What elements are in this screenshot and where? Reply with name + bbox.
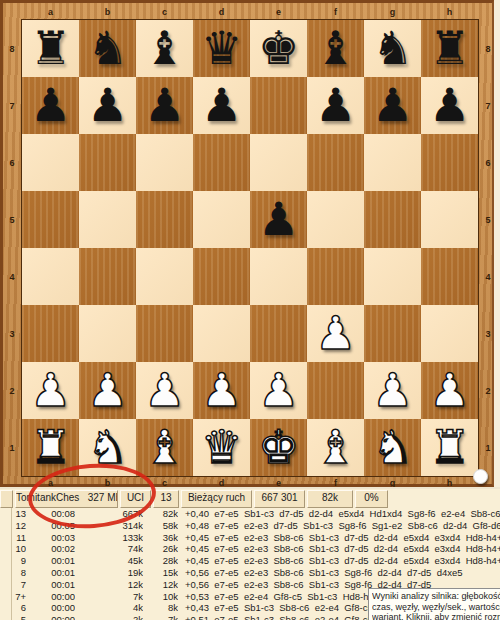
rank-label-left-2: 2: [5, 386, 19, 396]
analysis-row-depth-8[interactable]: 800:0119k15k+0,56 e7-e5 e2-e3 Sb8-c6 Sb1…: [0, 567, 500, 579]
square-e1[interactable]: ♚: [250, 419, 307, 476]
square-f7[interactable]: ♟: [307, 77, 364, 134]
piece-black-pawn[interactable]: ♟: [87, 77, 128, 134]
piece-white-pawn[interactable]: ♟: [258, 362, 299, 419]
square-c4[interactable]: [136, 248, 193, 305]
analysis-row-depth-10[interactable]: 1000:0274k26k+0,45 e7-e5 e2-e3 Sb8-c6 Sb…: [0, 543, 500, 555]
piece-black-bishop[interactable]: ♝: [315, 20, 356, 77]
rank-label-right-3: 3: [481, 329, 495, 339]
analysis-gutter: [0, 555, 12, 567]
tooltip-line-3: wariant. Kliknij, aby zmienić rozmia: [372, 612, 500, 620]
analysis-depth[interactable]: 12: [12, 520, 26, 532]
rank-label-left-1: 1: [5, 443, 19, 453]
analysis-nps[interactable]: 82k: [143, 508, 178, 520]
piece-white-pawn[interactable]: ♟: [144, 362, 185, 419]
analysis-nps[interactable]: 8k: [143, 602, 178, 614]
square-f3[interactable]: ♟: [307, 305, 364, 362]
square-b3[interactable]: [79, 305, 136, 362]
analysis-moves[interactable]: +0,45 e7-e5 e2-e3 Sb8-c6 Sb1-c3 d7-d5 d2…: [178, 532, 500, 544]
square-h4[interactable]: [421, 248, 478, 305]
analysis-time[interactable]: 00:01: [26, 579, 75, 591]
piece-black-pawn[interactable]: ♟: [201, 77, 242, 134]
square-d6[interactable]: [193, 134, 250, 191]
analysis-time[interactable]: 00:05: [26, 520, 75, 532]
square-f6[interactable]: [307, 134, 364, 191]
piece-white-knight[interactable]: ♞: [372, 419, 413, 476]
piece-white-bishop[interactable]: ♝: [144, 419, 185, 476]
piece-white-pawn[interactable]: ♟: [372, 362, 413, 419]
engine-progress-cell[interactable]: 0%: [355, 490, 388, 508]
square-e8[interactable]: ♚: [250, 20, 307, 77]
chess-board[interactable]: ♜♞♝♛♚♝♞♜♟♟♟♟♟♟♟♟♟♟♟♟♟♟♟♟♜♞♝♛♚♝♞♜: [22, 20, 478, 476]
analysis-nps[interactable]: 7k: [143, 614, 178, 620]
analysis-nps[interactable]: 26k: [143, 543, 178, 555]
square-d7[interactable]: ♟: [193, 77, 250, 134]
square-b5[interactable]: [79, 191, 136, 248]
square-d3[interactable]: [193, 305, 250, 362]
analysis-time[interactable]: 00:00: [26, 614, 75, 620]
analysis-gutter: [0, 591, 12, 603]
analysis-time[interactable]: 00:08: [26, 508, 75, 520]
square-g5[interactable]: [364, 191, 421, 248]
analysis-row-depth-13[interactable]: 1300:08667k82k+0,40 e7-e5 Sb1-c3 d7-d5 d…: [0, 508, 500, 520]
piece-black-pawn[interactable]: ♟: [258, 191, 299, 248]
engine-panel-tooltip: Wyniki analizy silnika: głębokość prczas…: [368, 588, 500, 620]
current-move-label-cell[interactable]: Bieżący ruch: [181, 490, 252, 508]
square-e3[interactable]: [250, 305, 307, 362]
square-h6[interactable]: [421, 134, 478, 191]
rank-label-right-1: 1: [481, 443, 495, 453]
rank-label-right-8: 8: [481, 44, 495, 54]
piece-white-knight[interactable]: ♞: [87, 419, 128, 476]
analysis-row-depth-9[interactable]: 900:0145k28k+0,45 e7-e5 e2-e3 Sb8-c6 Sb1…: [0, 555, 500, 567]
analysis-gutter: [0, 567, 12, 579]
analysis-nodes[interactable]: 74k: [75, 543, 143, 555]
analysis-nps[interactable]: 12k: [143, 579, 178, 591]
square-b8[interactable]: ♞: [79, 20, 136, 77]
piece-black-king[interactable]: ♚: [258, 20, 299, 77]
piece-black-pawn[interactable]: ♟: [144, 77, 185, 134]
analysis-depth[interactable]: 8: [12, 567, 26, 579]
analysis-time[interactable]: 00:01: [26, 567, 75, 579]
square-f4[interactable]: [307, 248, 364, 305]
analysis-depth[interactable]: 10: [12, 543, 26, 555]
piece-white-pawn[interactable]: ♟: [87, 362, 128, 419]
square-g2[interactable]: ♟: [364, 362, 421, 419]
rank-label-right-6: 6: [481, 158, 495, 168]
piece-white-king[interactable]: ♚: [258, 419, 299, 476]
square-e2[interactable]: ♟: [250, 362, 307, 419]
analysis-time[interactable]: 00:00: [26, 591, 75, 603]
analysis-depth[interactable]: 9: [12, 555, 26, 567]
square-h7[interactable]: ♟: [421, 77, 478, 134]
piece-black-knight[interactable]: ♞: [372, 20, 413, 77]
square-b6[interactable]: [79, 134, 136, 191]
square-d1[interactable]: ♛: [193, 419, 250, 476]
square-d2[interactable]: ♟: [193, 362, 250, 419]
piece-white-bishop[interactable]: ♝: [315, 419, 356, 476]
analysis-time[interactable]: 00:03: [26, 532, 75, 544]
engine-depth-cell[interactable]: 13: [153, 490, 179, 508]
square-e7[interactable]: [250, 77, 307, 134]
piece-black-pawn[interactable]: ♟: [429, 77, 470, 134]
analysis-moves[interactable]: +0,45 e7-e5 e2-e3 Sb8-c6 Sb1-c3 d7-d5 d2…: [178, 543, 500, 555]
piece-black-bishop[interactable]: ♝: [144, 20, 185, 77]
rank-label-right-4: 4: [481, 272, 495, 282]
analysis-time[interactable]: 00:00: [26, 602, 75, 614]
engine-nps-cell[interactable]: 82k: [307, 490, 353, 508]
engine-name-cell[interactable]: TomitankChes 327 MB: [15, 490, 118, 508]
file-label-top-g: g: [364, 7, 421, 17]
square-d8[interactable]: ♛: [193, 20, 250, 77]
square-d4[interactable]: [193, 248, 250, 305]
square-g1[interactable]: ♞: [364, 419, 421, 476]
analysis-nodes[interactable]: 2k: [75, 614, 143, 620]
analysis-nodes[interactable]: 7k: [75, 591, 143, 603]
piece-black-rook[interactable]: ♜: [429, 20, 470, 77]
analysis-depth[interactable]: 11: [12, 532, 26, 544]
engine-header-row: TomitankChes 327 MB UCI 13 Bieżący ruch …: [0, 489, 500, 508]
piece-white-pawn[interactable]: ♟: [315, 305, 356, 362]
rank-label-left-8: 8: [5, 44, 19, 54]
square-f8[interactable]: ♝: [307, 20, 364, 77]
rank-label-left-7: 7: [5, 101, 19, 111]
analysis-nps[interactable]: 58k: [143, 520, 178, 532]
square-c8[interactable]: ♝: [136, 20, 193, 77]
piece-black-pawn[interactable]: ♟: [315, 77, 356, 134]
square-f2[interactable]: [307, 362, 364, 419]
analysis-gutter: [0, 520, 12, 532]
piece-black-pawn[interactable]: ♟: [30, 77, 71, 134]
analysis-nps[interactable]: 10k: [143, 591, 178, 603]
square-g7[interactable]: ♟: [364, 77, 421, 134]
piece-white-rook[interactable]: ♜: [429, 419, 470, 476]
analysis-depth[interactable]: 7: [12, 579, 26, 591]
square-b7[interactable]: ♟: [79, 77, 136, 134]
square-a5[interactable]: [22, 191, 79, 248]
analysis-moves[interactable]: +0,40 e7-e5 Sb1-c3 d7-d5 d2-d4 e5xd4 Hd1…: [178, 508, 500, 520]
file-label-top-d: d: [193, 7, 250, 17]
square-a2[interactable]: ♟: [22, 362, 79, 419]
square-c7[interactable]: ♟: [136, 77, 193, 134]
square-g4[interactable]: [364, 248, 421, 305]
square-h3[interactable]: [421, 305, 478, 362]
analysis-nodes[interactable]: 133k: [75, 532, 143, 544]
file-label-top-b: b: [79, 7, 136, 17]
analysis-nodes[interactable]: 12k: [75, 579, 143, 591]
analysis-time[interactable]: 00:02: [26, 543, 75, 555]
analysis-nodes[interactable]: 19k: [75, 567, 143, 579]
piece-white-queen[interactable]: ♛: [201, 419, 242, 476]
engine-header-blank-cell[interactable]: [0, 490, 13, 508]
analysis-gutter: [0, 543, 12, 555]
square-g6[interactable]: [364, 134, 421, 191]
square-a8[interactable]: ♜: [22, 20, 79, 77]
square-a4[interactable]: [22, 248, 79, 305]
square-e6[interactable]: [250, 134, 307, 191]
square-c6[interactable]: [136, 134, 193, 191]
file-label-top-a: a: [22, 7, 79, 17]
analysis-moves[interactable]: +0,56 e7-e5 e2-e3 Sb8-c6 Sb1-c3 Sg8-f6 d…: [178, 567, 500, 579]
analysis-nps[interactable]: 28k: [143, 555, 178, 567]
square-h5[interactable]: [421, 191, 478, 248]
analysis-time[interactable]: 00:01: [26, 555, 75, 567]
rank-label-right-5: 5: [481, 215, 495, 225]
analysis-depth[interactable]: 6: [12, 602, 26, 614]
piece-white-pawn[interactable]: ♟: [201, 362, 242, 419]
square-e4[interactable]: [250, 248, 307, 305]
square-a6[interactable]: [22, 134, 79, 191]
analysis-nodes[interactable]: 314k: [75, 520, 143, 532]
file-label-top-h: h: [421, 7, 478, 17]
square-c2[interactable]: ♟: [136, 362, 193, 419]
tooltip-line-2: czas, węzły, węzły/sek., wartości, gł: [372, 602, 500, 613]
analysis-nodes[interactable]: 667k: [75, 508, 143, 520]
analysis-nps[interactable]: 15k: [143, 567, 178, 579]
square-h2[interactable]: ♟: [421, 362, 478, 419]
analysis-depth[interactable]: 5: [12, 614, 26, 620]
rank-label-right-7: 7: [481, 101, 495, 111]
square-g3[interactable]: [364, 305, 421, 362]
white-to-move-indicator: [473, 469, 488, 484]
square-b1[interactable]: ♞: [79, 419, 136, 476]
analysis-row-depth-11[interactable]: 1100:03133k36k+0,45 e7-e5 e2-e3 Sb8-c6 S…: [0, 532, 500, 544]
piece-white-rook[interactable]: ♜: [30, 419, 71, 476]
piece-black-knight[interactable]: ♞: [87, 20, 128, 77]
engine-protocol-cell[interactable]: UCI: [120, 490, 151, 508]
analysis-gutter: [0, 614, 12, 620]
square-h1[interactable]: ♜: [421, 419, 478, 476]
analysis-gutter: [0, 602, 12, 614]
file-label-top-c: c: [136, 7, 193, 17]
file-label-top-f: f: [307, 7, 364, 17]
tooltip-line-1: Wyniki analizy silnika: głębokość pr: [372, 591, 500, 602]
analysis-gutter: [0, 508, 12, 520]
piece-black-queen[interactable]: ♛: [201, 20, 242, 77]
analysis-depth[interactable]: 13: [12, 508, 26, 520]
square-c3[interactable]: [136, 305, 193, 362]
square-f1[interactable]: ♝: [307, 419, 364, 476]
piece-white-pawn[interactable]: ♟: [30, 362, 71, 419]
analysis-nodes[interactable]: 4k: [75, 602, 143, 614]
analysis-nodes[interactable]: 45k: [75, 555, 143, 567]
analysis-row-depth-12[interactable]: 1200:05314k58k+0,48 e7-e5 e2-e3 d7-d5 Sb…: [0, 520, 500, 532]
square-h8[interactable]: ♜: [421, 20, 478, 77]
square-b2[interactable]: ♟: [79, 362, 136, 419]
square-a7[interactable]: ♟: [22, 77, 79, 134]
square-c5[interactable]: [136, 191, 193, 248]
rank-label-left-6: 6: [5, 158, 19, 168]
square-b4[interactable]: [79, 248, 136, 305]
square-d5[interactable]: [193, 191, 250, 248]
square-c1[interactable]: ♝: [136, 419, 193, 476]
analysis-depth[interactable]: 7+: [12, 591, 26, 603]
square-a1[interactable]: ♜: [22, 419, 79, 476]
square-e5[interactable]: ♟: [250, 191, 307, 248]
square-f5[interactable]: [307, 191, 364, 248]
window-edge-strip: [494, 0, 500, 487]
file-label-top-e: e: [250, 7, 307, 17]
rank-label-left-3: 3: [5, 329, 19, 339]
square-a3[interactable]: [22, 305, 79, 362]
square-g8[interactable]: ♞: [364, 20, 421, 77]
analysis-nps[interactable]: 36k: [143, 532, 178, 544]
rank-label-left-4: 4: [5, 272, 19, 282]
piece-black-pawn[interactable]: ♟: [372, 77, 413, 134]
piece-black-rook[interactable]: ♜: [30, 20, 71, 77]
analysis-moves[interactable]: +0,45 e7-e5 e2-e3 Sb8-c6 Sb1-c3 d7-d5 d2…: [178, 555, 500, 567]
rank-label-right-2: 2: [481, 386, 495, 396]
analysis-moves[interactable]: +0,48 e7-e5 e2-e3 d7-d5 Sb1-c3 Sg8-f6 Sg…: [178, 520, 500, 532]
analysis-gutter: [0, 579, 12, 591]
engine-nodes-cell[interactable]: 667 301: [254, 490, 305, 508]
piece-white-pawn[interactable]: ♟: [429, 362, 470, 419]
rank-label-left-5: 5: [5, 215, 19, 225]
analysis-gutter: [0, 532, 12, 544]
